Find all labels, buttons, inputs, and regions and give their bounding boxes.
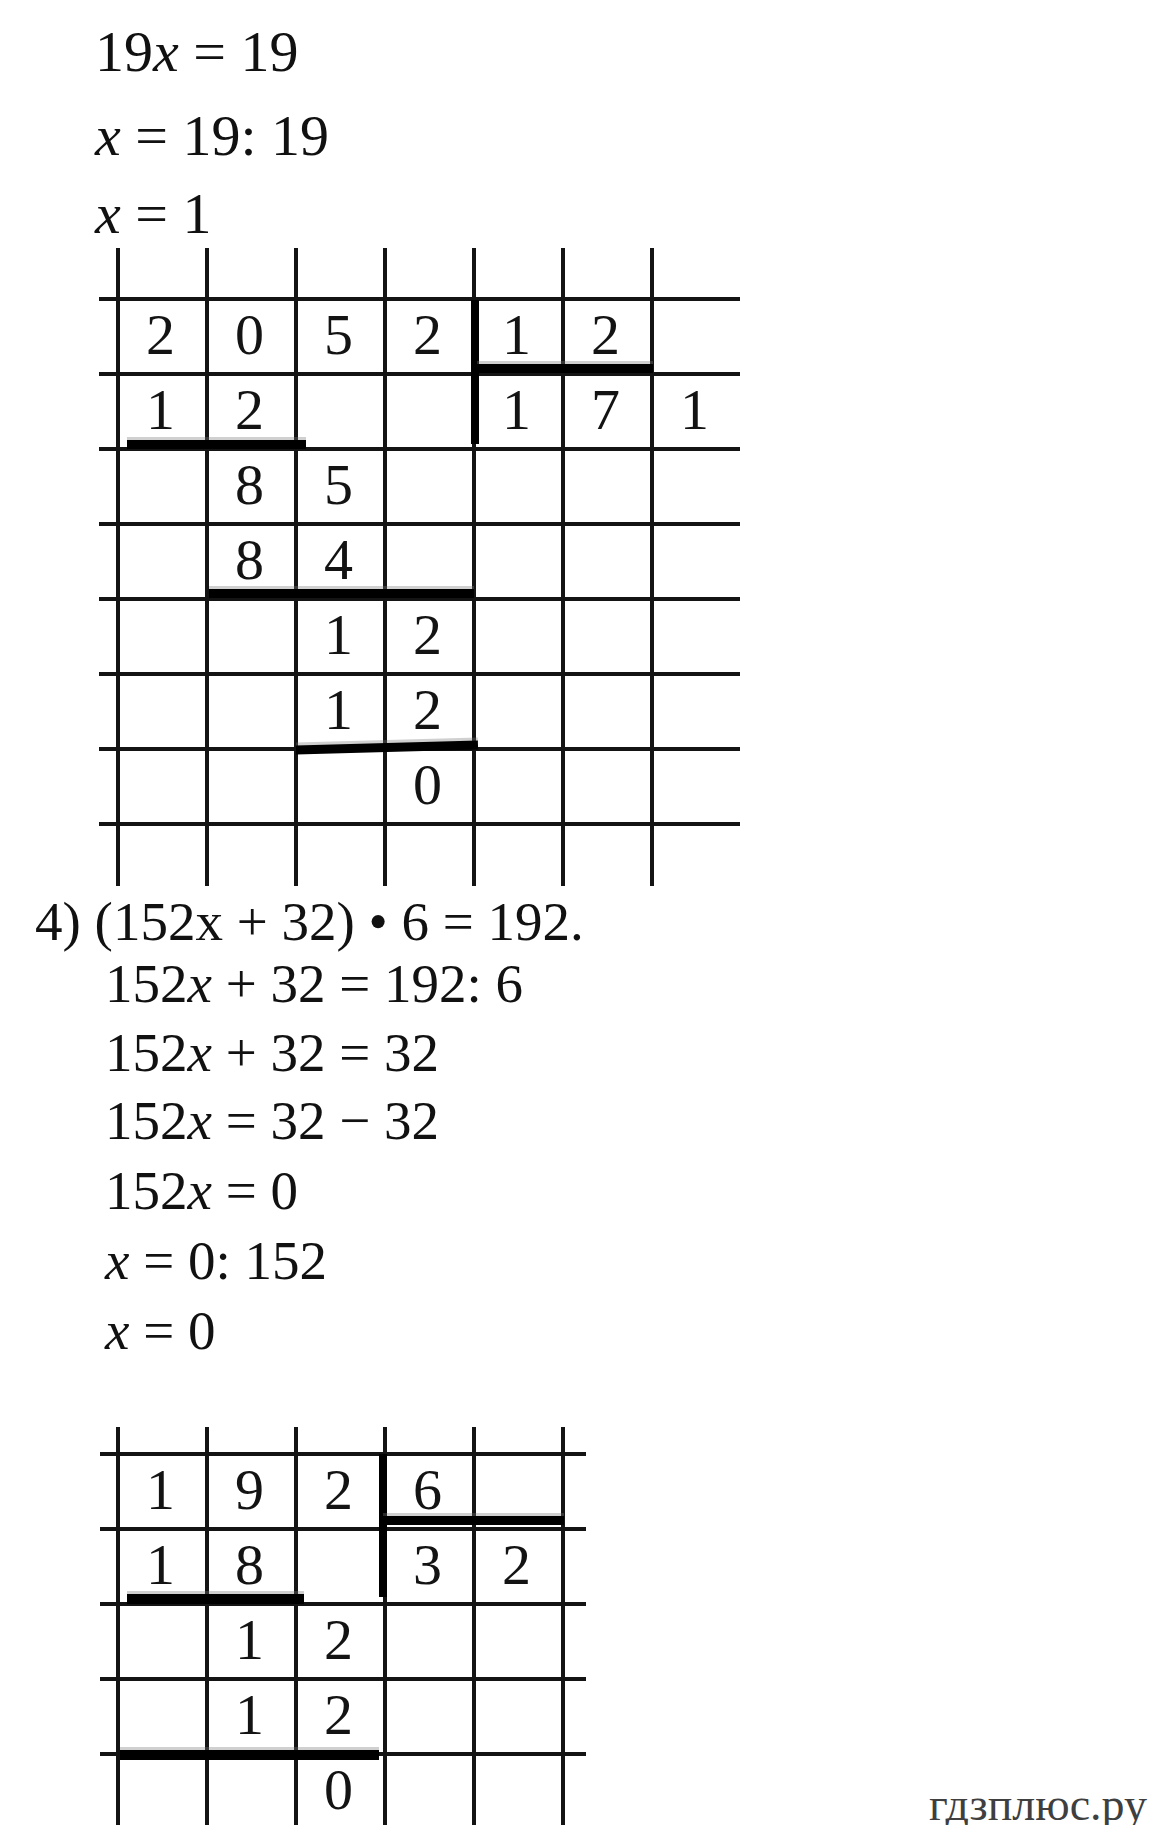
grid-cell-r3c3 <box>383 522 472 597</box>
grid-cell-r2c3 <box>383 447 472 522</box>
grid-cell-r4c6 <box>650 597 739 672</box>
grid-cell-r0c6 <box>650 297 739 372</box>
grid-cell-r3c2: 4 <box>294 522 383 597</box>
solution-page: { "game": "long-division worked solution… <box>0 0 1151 1825</box>
grid-cell-r3c3 <box>383 1677 472 1752</box>
grid-cell-r0c2: 5 <box>294 297 383 372</box>
grid-cell-r4c3: 2 <box>383 597 472 672</box>
grid-cell-r1c4: 2 <box>472 1527 561 1602</box>
problem4-step-4: 152x = 0 <box>105 1161 298 1222</box>
division2-cells: 1926183212120 <box>116 1452 561 1825</box>
grid-cell-r5c0 <box>116 672 205 747</box>
grid-cell-r3c0 <box>116 522 205 597</box>
grid-cell-r1c4: 1 <box>472 372 561 447</box>
grid-cell-r3c1: 8 <box>205 522 294 597</box>
grid-cell-r0c0: 1 <box>116 1452 205 1527</box>
division-grid-2052-by-12: 20521212171858412120 <box>99 248 744 886</box>
problem4-heading: 4) (152x + 32) • 6 = 192. <box>35 892 584 953</box>
division2-subtract1-underline <box>127 1594 304 1604</box>
grid-cell-r4c4 <box>472 1752 561 1825</box>
grid-cell-r2c2: 2 <box>294 1602 383 1677</box>
problem4-step-1: 152x + 32 = 192: 6 <box>105 954 523 1015</box>
grid-cell-r4c1 <box>205 597 294 672</box>
grid-cell-r1c3 <box>383 372 472 447</box>
grid-cell-r2c0 <box>116 1602 205 1677</box>
grid-cell-r6c1 <box>205 747 294 822</box>
grid-cell-r6c0 <box>116 747 205 822</box>
grid-cell-r5c3: 2 <box>383 672 472 747</box>
grid-cell-r4c2: 0 <box>294 1752 383 1825</box>
division1-subtract2-underline <box>209 589 474 598</box>
grid-cell-r3c6 <box>650 522 739 597</box>
division2-bracket-vertical-line <box>379 1454 387 1597</box>
grid-cell-r2c3 <box>383 1602 472 1677</box>
grid-cell-r1c2 <box>294 1527 383 1602</box>
grid-cell-r6c6 <box>650 747 739 822</box>
grid-cell-r5c4 <box>472 672 561 747</box>
equation-19x: 19x = 19 <box>95 20 298 84</box>
grid-cell-r3c0 <box>116 1677 205 1752</box>
grid-cell-r4c4 <box>472 597 561 672</box>
grid-cell-r5c2: 1 <box>294 672 383 747</box>
grid-cell-r2c1: 8 <box>205 447 294 522</box>
equation-x-19-19: x = 19: 19 <box>95 104 329 168</box>
grid-cell-r0c1: 0 <box>205 297 294 372</box>
grid-cell-r1c2 <box>294 372 383 447</box>
grid-cell-r0c5: 2 <box>561 297 650 372</box>
problem4-step-6: x = 0 <box>105 1301 215 1362</box>
problem4-step-3: 152x = 32 − 32 <box>105 1091 439 1152</box>
grid-cell-r1c1: 2 <box>205 372 294 447</box>
grid-cell-r1c0: 1 <box>116 372 205 447</box>
division1-divisor-underline <box>477 364 653 373</box>
grid-cell-r1c5: 7 <box>561 372 650 447</box>
problem4-step-5: x = 0: 152 <box>105 1231 327 1292</box>
grid-cell-r2c6 <box>650 447 739 522</box>
grid-cell-r1c6: 1 <box>650 372 739 447</box>
grid-cell-r2c4 <box>472 447 561 522</box>
division2-subtract2-underline <box>120 1750 379 1760</box>
grid-cell-r3c2: 2 <box>294 1677 383 1752</box>
grid-cell-r4c2: 1 <box>294 597 383 672</box>
grid-cell-r4c1 <box>205 1752 294 1825</box>
division-grid-192-by-6: 1926183212120 <box>100 1427 586 1825</box>
grid-cell-r3c4 <box>472 1677 561 1752</box>
grid-cell-r3c1: 1 <box>205 1677 294 1752</box>
problem4-step-2: 152x + 32 = 32 <box>105 1023 439 1084</box>
grid-cell-r4c0 <box>116 1752 205 1825</box>
grid-cell-r6c4 <box>472 747 561 822</box>
grid-cell-r2c5 <box>561 447 650 522</box>
grid-cell-r4c3 <box>383 1752 472 1825</box>
grid-cell-r4c0 <box>116 597 205 672</box>
grid-cell-r1c0: 1 <box>116 1527 205 1602</box>
site-watermark: гдзплюс.ру <box>929 1778 1147 1825</box>
grid-cell-r6c2 <box>294 747 383 822</box>
grid-cell-r5c5 <box>561 672 650 747</box>
grid-cell-r1c1: 8 <box>205 1527 294 1602</box>
grid-cell-r2c1: 1 <box>205 1602 294 1677</box>
grid-cell-r0c1: 9 <box>205 1452 294 1527</box>
grid-cell-r6c5 <box>561 747 650 822</box>
grid-cell-r2c0 <box>116 447 205 522</box>
grid-cell-r4c5 <box>561 597 650 672</box>
division2-divisor-underline <box>383 1516 564 1525</box>
equation-x-1: x = 1 <box>95 182 211 246</box>
grid-cell-r5c6 <box>650 672 739 747</box>
grid-cell-r0c3: 2 <box>383 297 472 372</box>
grid-cell-r3c4 <box>472 522 561 597</box>
grid-cell-r2c4 <box>472 1602 561 1677</box>
grid-cell-r0c2: 2 <box>294 1452 383 1527</box>
grid-cell-r5c1 <box>205 672 294 747</box>
grid-cell-r6c3: 0 <box>383 747 472 822</box>
grid-cell-r1c3: 3 <box>383 1527 472 1602</box>
grid-cell-r3c5 <box>561 522 650 597</box>
grid-cell-r0c0: 2 <box>116 297 205 372</box>
division1-subtract1-underline <box>127 440 306 449</box>
grid-cell-r0c4: 1 <box>472 297 561 372</box>
grid-cell-r2c2: 5 <box>294 447 383 522</box>
